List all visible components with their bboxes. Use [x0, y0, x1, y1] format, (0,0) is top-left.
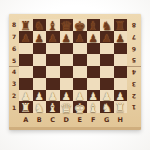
rank-label: 1: [9, 101, 19, 113]
file-label: A: [19, 113, 33, 127]
board-square: ♜: [19, 101, 33, 113]
board-square: ♝: [87, 19, 101, 31]
board-square: [114, 78, 128, 90]
file-label: F: [87, 113, 101, 127]
chess-board: 87654321 ♜♞♝♛♚♝♞♜♟♟♟♟♟♟♟♟♟♟♟♟♟♟♟♟♜♞♝♛♚♝♞…: [9, 14, 141, 130]
rank-label: 6: [9, 43, 19, 55]
board-square: ♛: [60, 19, 74, 31]
rank-label: 5: [127, 54, 141, 66]
board-square: [73, 66, 87, 78]
board-square: [87, 43, 101, 55]
board-square: ♟: [19, 90, 33, 102]
rank-label: 3: [127, 78, 141, 90]
board-square: [60, 78, 74, 90]
board-square: ♞: [33, 19, 47, 31]
file-label: D: [60, 113, 74, 127]
board-square: [33, 66, 47, 78]
board-square: [60, 54, 74, 66]
board-square: [19, 54, 33, 66]
board-square: [114, 54, 128, 66]
photo-background: 87654321 ♜♞♝♛♚♝♞♜♟♟♟♟♟♟♟♟♟♟♟♟♟♟♟♟♜♞♝♛♚♝♞…: [0, 0, 150, 150]
rank-label: 2: [9, 90, 19, 102]
board-square: ♚: [73, 19, 87, 31]
board-square: [33, 54, 47, 66]
board-square: ♜: [114, 19, 128, 31]
board-square: [33, 43, 47, 55]
board-square: [19, 43, 33, 55]
board-square: [46, 78, 60, 90]
board-square: [114, 43, 128, 55]
board-square: [87, 54, 101, 66]
board-square: [46, 66, 60, 78]
rank-label: 4: [127, 66, 141, 78]
file-label: E: [73, 113, 87, 127]
file-labels-bottom: ABCDEFGH: [19, 113, 127, 127]
rank-label: 5: [9, 54, 19, 66]
board-square: [60, 66, 74, 78]
rank-label: 3: [9, 78, 19, 90]
board-square: ♟: [33, 31, 47, 43]
board-square: [73, 78, 87, 90]
board-square: ♟: [100, 90, 114, 102]
board-square: ♟: [73, 31, 87, 43]
board-grid: ♜♞♝♛♚♝♞♜♟♟♟♟♟♟♟♟♟♟♟♟♟♟♟♟♜♞♝♛♚♝♞♜: [19, 19, 127, 113]
board-square: ♟: [46, 31, 60, 43]
board-square: ♝: [46, 101, 60, 113]
board-square: [19, 66, 33, 78]
board-square: ♟: [114, 31, 128, 43]
board-square: [100, 54, 114, 66]
board-square: [19, 78, 33, 90]
board-square: ♟: [100, 31, 114, 43]
board-square: ♞: [100, 101, 114, 113]
board-square: [60, 43, 74, 55]
board-square: [87, 78, 101, 90]
board-square: ♞: [33, 101, 47, 113]
file-label: G: [100, 113, 114, 127]
board-square: ♝: [87, 101, 101, 113]
board-square: ♝: [46, 19, 60, 31]
board-square: ♟: [33, 90, 47, 102]
board-square: ♛: [60, 101, 74, 113]
board-square: ♟: [87, 31, 101, 43]
rank-label: 8: [9, 19, 19, 31]
board-square: ♚: [73, 101, 87, 113]
board-square: [100, 78, 114, 90]
rank-label: 2: [127, 90, 141, 102]
file-label: H: [114, 113, 128, 127]
board-square: ♞: [100, 19, 114, 31]
board-square: ♟: [19, 31, 33, 43]
board-square: [100, 66, 114, 78]
board-square: [73, 54, 87, 66]
board-square: [73, 43, 87, 55]
board-square: [100, 43, 114, 55]
board-square: [114, 66, 128, 78]
rank-label: 7: [127, 31, 141, 43]
rank-label: 8: [127, 19, 141, 31]
board-square: [46, 43, 60, 55]
rank-label: 6: [127, 43, 141, 55]
file-label: C: [46, 113, 60, 127]
rank-label: 4: [9, 66, 19, 78]
board-square: ♜: [19, 19, 33, 31]
board-square: [87, 66, 101, 78]
board-square: ♟: [114, 90, 128, 102]
file-label: B: [33, 113, 47, 127]
board-square: ♟: [73, 90, 87, 102]
board-square: ♜: [114, 101, 128, 113]
board-square: ♟: [60, 90, 74, 102]
board-square: [46, 54, 60, 66]
rank-label: 7: [9, 31, 19, 43]
rank-label: 1: [127, 101, 141, 113]
board-square: [33, 78, 47, 90]
board-square: ♟: [87, 90, 101, 102]
board-square: ♟: [46, 90, 60, 102]
board-square: ♟: [60, 31, 74, 43]
